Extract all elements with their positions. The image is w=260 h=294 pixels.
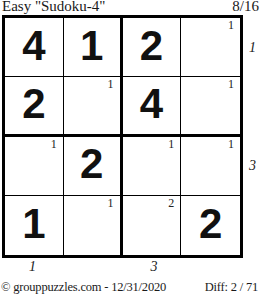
cell-value: 4 (123, 77, 181, 133)
progress-counter: 8/16 (232, 0, 259, 14)
cell-value (123, 137, 181, 195)
sudoku-board: 4 1 2 1 2 1 4 1 1 2 1 1 1 1 2 2 (2, 15, 243, 258)
column-label-3: 3 (124, 259, 184, 276)
cell-value: 2 (181, 196, 240, 255)
cell-r4c3[interactable]: 2 (123, 196, 182, 255)
cell-value: 1 (64, 18, 120, 76)
column-label-1: 1 (2, 259, 63, 276)
cell-r1c1[interactable]: 4 (5, 18, 64, 77)
cell-r2c3[interactable]: 4 (123, 77, 182, 136)
cell-r4c4[interactable]: 2 (181, 196, 240, 255)
cell-r1c4[interactable]: 1 (181, 18, 240, 77)
cell-r1c2[interactable]: 1 (64, 18, 123, 77)
row-label-3: 3 (245, 136, 260, 195)
cell-value: 2 (5, 77, 63, 133)
footer: © grouppuzzles.com - 12/31/2020 Diff: 2 … (1, 278, 258, 294)
cell-value (123, 196, 181, 255)
cell-value: 2 (64, 137, 120, 195)
cell-r2c1[interactable]: 2 (5, 77, 64, 136)
copyright-text: © grouppuzzles.com - 12/31/2020 (1, 280, 166, 294)
cell-r4c1[interactable]: 1 (5, 196, 64, 255)
cell-value (181, 137, 240, 195)
cell-value (181, 18, 240, 76)
cell-value (5, 137, 63, 195)
cell-value: 2 (123, 18, 181, 76)
cell-r2c2[interactable]: 1 (64, 77, 123, 136)
puzzle-title: Easy "Sudoku-4" (2, 0, 106, 14)
puzzle-page: Easy "Sudoku-4" 8/16 4 1 2 1 2 1 4 1 1 2… (0, 0, 260, 294)
cell-r3c4[interactable]: 1 (181, 137, 240, 196)
cell-r2c4[interactable]: 1 (181, 77, 240, 136)
cell-value (64, 77, 120, 133)
cell-r3c3[interactable]: 1 (123, 137, 182, 196)
cell-r3c2[interactable]: 2 (64, 137, 123, 196)
cell-r3c1[interactable]: 1 (5, 137, 64, 196)
cell-r4c2[interactable]: 1 (64, 196, 123, 255)
row-label-1: 1 (245, 18, 260, 77)
cell-value (181, 77, 240, 133)
cell-r1c3[interactable]: 2 (123, 18, 182, 77)
header: Easy "Sudoku-4" 8/16 (2, 0, 259, 14)
cell-value: 1 (5, 196, 63, 255)
cell-value: 4 (5, 18, 63, 76)
difficulty-text: Diff: 2 / 71 (205, 280, 258, 294)
cell-value (64, 196, 120, 255)
